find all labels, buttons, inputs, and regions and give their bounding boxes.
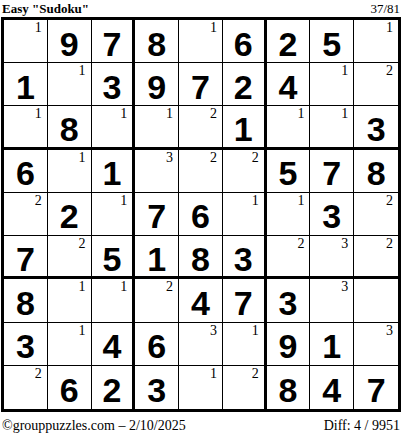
sudoku-cell-r9c1: 2 bbox=[4, 366, 48, 409]
sudoku-cell-r9c8: 4 bbox=[310, 366, 354, 409]
sudoku-cell-r5c9: 2 bbox=[354, 193, 398, 236]
corner-mark: 1 bbox=[166, 107, 173, 121]
corner-mark: 1 bbox=[79, 324, 86, 338]
cell-digit: 7 bbox=[179, 63, 222, 105]
cell-digit: 1 bbox=[135, 236, 178, 276]
cell-digit: 2 bbox=[92, 366, 133, 409]
sudoku-cell-r1c5: 1 bbox=[179, 20, 223, 63]
cell-digit: 9 bbox=[267, 323, 310, 365]
cell-digit: 9 bbox=[135, 63, 178, 105]
sudoku-cell-r9c2: 6 bbox=[48, 366, 92, 409]
corner-mark: 1 bbox=[79, 64, 86, 78]
cell-digit: 6 bbox=[179, 193, 222, 235]
corner-mark: 2 bbox=[386, 237, 393, 251]
corner-mark: 3 bbox=[341, 280, 348, 294]
sudoku-cell-r1c8: 5 bbox=[310, 20, 354, 63]
sudoku-cell-r6c3: 5 bbox=[92, 236, 136, 279]
cell-digit: 3 bbox=[354, 106, 398, 146]
footer-difficulty: Diff: 4 / 9951 bbox=[324, 418, 400, 434]
corner-mark: 1 bbox=[297, 194, 304, 208]
corner-mark: 1 bbox=[210, 21, 217, 35]
sudoku-cell-r1c1: 1 bbox=[4, 20, 48, 63]
cell-digit: 8 bbox=[179, 236, 222, 276]
cell-digit: 6 bbox=[48, 366, 91, 409]
cell-digit: 3 bbox=[135, 366, 178, 409]
cell-digit: 5 bbox=[267, 150, 310, 192]
puzzle-title: Easy "Sudoku" bbox=[2, 1, 89, 17]
sudoku-cell-r9c3: 2 bbox=[92, 366, 136, 409]
cell-digit: 2 bbox=[223, 63, 264, 105]
sudoku-cell-r9c9: 7 bbox=[354, 366, 398, 409]
sudoku-cell-r2c7: 4 bbox=[267, 63, 311, 106]
progress-counter: 37/81 bbox=[370, 1, 400, 17]
cell-digit: 1 bbox=[310, 323, 353, 365]
sudoku-cell-r3c7: 1 bbox=[267, 106, 311, 149]
sudoku-cell-r5c1: 2 bbox=[4, 193, 48, 236]
cell-digit: 7 bbox=[223, 279, 264, 321]
sudoku-cell-r5c7: 1 bbox=[267, 193, 311, 236]
sudoku-cell-r8c6: 1 bbox=[223, 323, 267, 366]
corner-mark: 2 bbox=[210, 151, 217, 165]
sudoku-cell-r6c9: 2 bbox=[354, 236, 398, 279]
sudoku-cell-r3c8: 1 bbox=[310, 106, 354, 149]
cell-digit: 1 bbox=[223, 106, 264, 146]
cell-digit: 7 bbox=[310, 150, 353, 192]
sudoku-cell-r8c8: 1 bbox=[310, 323, 354, 366]
sudoku-cell-r6c6: 3 bbox=[223, 236, 267, 279]
sudoku-cell-r6c8: 3 bbox=[310, 236, 354, 279]
corner-mark: 2 bbox=[252, 367, 259, 381]
sudoku-cell-r4c2: 1 bbox=[48, 150, 92, 193]
sudoku-cell-r5c6: 1 bbox=[223, 193, 267, 236]
sudoku-cell-r7c4: 2 bbox=[135, 279, 179, 322]
sudoku-cell-r7c9 bbox=[354, 279, 398, 322]
corner-mark: 1 bbox=[210, 367, 217, 381]
cell-digit: 1 bbox=[92, 150, 133, 192]
sudoku-cell-r4c6: 2 bbox=[223, 150, 267, 193]
sudoku-cell-r1c3: 7 bbox=[92, 20, 136, 63]
sudoku-cell-r6c1: 7 bbox=[4, 236, 48, 279]
corner-mark: 2 bbox=[79, 237, 86, 251]
sudoku-cell-r4c3: 1 bbox=[92, 150, 136, 193]
sudoku-cell-r4c5: 2 bbox=[179, 150, 223, 193]
cell-digit: 8 bbox=[267, 366, 310, 409]
sudoku-cell-r1c2: 9 bbox=[48, 20, 92, 63]
sudoku-cell-r8c1: 3 bbox=[4, 323, 48, 366]
sudoku-cell-r8c3: 4 bbox=[92, 323, 136, 366]
sudoku-cell-r9c6: 2 bbox=[223, 366, 267, 409]
sudoku-cell-r8c2: 1 bbox=[48, 323, 92, 366]
cell-digit: 8 bbox=[48, 106, 91, 146]
sudoku-cell-r9c4: 3 bbox=[135, 366, 179, 409]
sudoku-cell-r5c3: 1 bbox=[92, 193, 136, 236]
sudoku-cell-r7c2: 1 bbox=[48, 279, 92, 322]
sudoku-cell-r7c1: 8 bbox=[4, 279, 48, 322]
cell-digit: 3 bbox=[92, 63, 133, 105]
cell-digit: 5 bbox=[92, 236, 133, 276]
cell-digit: 3 bbox=[4, 323, 47, 365]
sudoku-cell-r4c9: 8 bbox=[354, 150, 398, 193]
corner-mark: 1 bbox=[35, 21, 42, 35]
sudoku-cell-r8c5: 3 bbox=[179, 323, 223, 366]
cell-digit: 6 bbox=[135, 323, 178, 365]
cell-digit: 3 bbox=[223, 236, 264, 276]
sudoku-cell-r2c2: 1 bbox=[48, 63, 92, 106]
corner-mark: 3 bbox=[386, 324, 393, 338]
sudoku-cell-r3c9: 3 bbox=[354, 106, 398, 149]
corner-mark: 1 bbox=[341, 64, 348, 78]
cell-digit: 8 bbox=[4, 279, 47, 321]
cell-digit: 3 bbox=[310, 193, 353, 235]
sudoku-cell-r2c8: 1 bbox=[310, 63, 354, 106]
sudoku-cell-r3c1: 1 bbox=[4, 106, 48, 149]
sudoku-cell-r1c4: 8 bbox=[135, 20, 179, 63]
cell-digit: 8 bbox=[354, 150, 398, 192]
sudoku-cell-r7c7: 3 bbox=[267, 279, 311, 322]
corner-mark: 1 bbox=[79, 280, 86, 294]
sudoku-cell-r5c2: 2 bbox=[48, 193, 92, 236]
corner-mark: 1 bbox=[120, 280, 127, 294]
cell-digit: 4 bbox=[310, 366, 353, 409]
corner-mark: 1 bbox=[79, 151, 86, 165]
sudoku-cell-r2c9: 2 bbox=[354, 63, 398, 106]
corner-mark: 3 bbox=[341, 237, 348, 251]
sudoku-cell-r5c4: 7 bbox=[135, 193, 179, 236]
sudoku-cell-r8c9: 3 bbox=[354, 323, 398, 366]
sudoku-cell-r4c1: 6 bbox=[4, 150, 48, 193]
sudoku-cell-r1c9: 1 bbox=[354, 20, 398, 63]
sudoku-cell-r1c6: 6 bbox=[223, 20, 267, 63]
corner-mark: 1 bbox=[297, 107, 304, 121]
cell-digit: 7 bbox=[354, 366, 398, 409]
corner-mark: 2 bbox=[35, 367, 42, 381]
cell-digit: 2 bbox=[267, 20, 310, 62]
corner-mark: 1 bbox=[35, 107, 42, 121]
cell-digit: 3 bbox=[267, 279, 310, 321]
sudoku-cell-r2c4: 9 bbox=[135, 63, 179, 106]
sudoku-cell-r9c5: 1 bbox=[179, 366, 223, 409]
corner-mark: 1 bbox=[252, 194, 259, 208]
cell-digit: 7 bbox=[92, 20, 133, 62]
sudoku-cell-r4c8: 7 bbox=[310, 150, 354, 193]
sudoku-cell-r7c5: 4 bbox=[179, 279, 223, 322]
sudoku-cell-r1c7: 2 bbox=[267, 20, 311, 63]
sudoku-cell-r6c4: 1 bbox=[135, 236, 179, 279]
cell-digit: 5 bbox=[310, 20, 353, 62]
sudoku-cell-r4c4: 3 bbox=[135, 150, 179, 193]
sudoku-cell-r3c6: 1 bbox=[223, 106, 267, 149]
sudoku-cell-r5c5: 6 bbox=[179, 193, 223, 236]
sudoku-cell-r6c5: 8 bbox=[179, 236, 223, 279]
corner-mark: 1 bbox=[252, 324, 259, 338]
corner-mark: 2 bbox=[386, 194, 393, 208]
sudoku-cell-r8c7: 9 bbox=[267, 323, 311, 366]
cell-digit: 8 bbox=[135, 20, 178, 62]
corner-mark: 2 bbox=[35, 194, 42, 208]
sudoku-cell-r9c7: 8 bbox=[267, 366, 311, 409]
cell-digit: 9 bbox=[48, 20, 91, 62]
sudoku-cell-r7c8: 3 bbox=[310, 279, 354, 322]
sudoku-cell-r3c5: 2 bbox=[179, 106, 223, 149]
corner-mark: 2 bbox=[252, 151, 259, 165]
corner-mark: 1 bbox=[341, 107, 348, 121]
cell-digit: 2 bbox=[48, 193, 91, 235]
cell-digit: 6 bbox=[4, 150, 47, 192]
corner-mark: 3 bbox=[166, 151, 173, 165]
sudoku-cell-r8c4: 6 bbox=[135, 323, 179, 366]
sudoku-board: 1978162511139724121811211136113225782217… bbox=[1, 17, 401, 412]
cell-digit: 4 bbox=[267, 63, 310, 105]
cell-digit: 6 bbox=[223, 20, 264, 62]
corner-mark: 3 bbox=[210, 324, 217, 338]
cell-digit: 1 bbox=[4, 63, 47, 105]
cell-digit: 7 bbox=[135, 193, 178, 235]
corner-mark: 1 bbox=[386, 21, 393, 35]
corner-mark: 2 bbox=[386, 64, 393, 78]
cell-digit: 4 bbox=[179, 279, 222, 321]
sudoku-cell-r2c5: 7 bbox=[179, 63, 223, 106]
sudoku-cell-r2c3: 3 bbox=[92, 63, 136, 106]
sudoku-cell-r2c1: 1 bbox=[4, 63, 48, 106]
corner-mark: 1 bbox=[120, 107, 127, 121]
sudoku-cell-r4c7: 5 bbox=[267, 150, 311, 193]
sudoku-cell-r3c4: 1 bbox=[135, 106, 179, 149]
sudoku-cell-r3c3: 1 bbox=[92, 106, 136, 149]
sudoku-cell-r6c7: 2 bbox=[267, 236, 311, 279]
corner-mark: 2 bbox=[166, 280, 173, 294]
footer-copyright: ©grouppuzzles.com – 2/10/2025 bbox=[2, 418, 186, 434]
sudoku-cell-r2c6: 2 bbox=[223, 63, 267, 106]
sudoku-cell-r7c3: 1 bbox=[92, 279, 136, 322]
sudoku-cell-r7c6: 7 bbox=[223, 279, 267, 322]
sudoku-cell-r5c8: 3 bbox=[310, 193, 354, 236]
corner-mark: 2 bbox=[297, 237, 304, 251]
sudoku-cell-r3c2: 8 bbox=[48, 106, 92, 149]
cell-digit: 4 bbox=[92, 323, 133, 365]
sudoku-cell-r6c2: 2 bbox=[48, 236, 92, 279]
corner-mark: 1 bbox=[120, 194, 127, 208]
cell-digit: 7 bbox=[4, 236, 47, 276]
corner-mark: 2 bbox=[210, 107, 217, 121]
